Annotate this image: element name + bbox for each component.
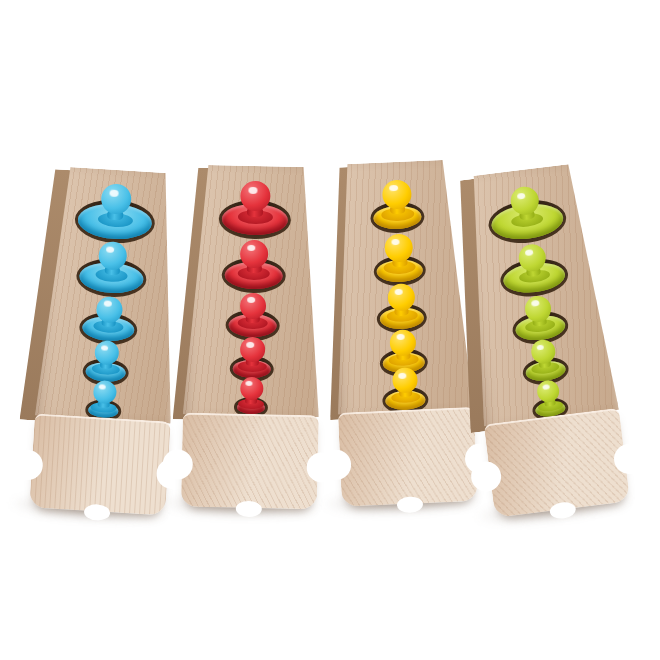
ball-highlight: [389, 185, 398, 191]
socket-red-1: [187, 175, 324, 239]
ball-highlight: [247, 245, 255, 251]
cylinder-block-green[interactable]: [454, 162, 631, 518]
knob-ball: [509, 186, 540, 217]
socket-yellow-3: [332, 281, 470, 334]
cylinder-knob-yellow-2[interactable]: [330, 228, 468, 287]
ball-highlight: [398, 372, 406, 378]
cylinder-knob-red-1[interactable]: [187, 175, 324, 239]
knob-ball: [240, 292, 267, 319]
ball-highlight: [524, 249, 533, 256]
block-front-face: [29, 413, 170, 515]
ball-highlight: [248, 187, 257, 194]
ball-highlight: [246, 342, 254, 348]
cylinder-block-yellow[interactable]: [327, 159, 478, 507]
knob-ball: [536, 379, 561, 404]
cylinder-knob-blue-3[interactable]: [40, 291, 179, 347]
cylinder-knob-yellow-3[interactable]: [332, 281, 470, 334]
socket-red-2: [185, 236, 322, 292]
knob-ball: [240, 181, 271, 212]
knob-ball: [240, 240, 269, 269]
knob-ball: [391, 367, 417, 393]
ball-highlight: [396, 334, 404, 340]
ball-highlight: [109, 189, 118, 197]
block-front-face: [338, 407, 478, 507]
knob-ball: [387, 284, 415, 312]
cylinder-knob-yellow-1[interactable]: [328, 169, 466, 234]
ball-highlight: [99, 384, 106, 389]
knob-ball: [92, 380, 116, 404]
socket-yellow-2: [330, 228, 468, 287]
socket-yellow-1: [328, 169, 466, 234]
socket-red-4: [184, 337, 321, 381]
front-notch-bottom: [236, 501, 262, 518]
block-top-face: [327, 159, 474, 415]
socket-red-5: [183, 379, 320, 418]
cylinder-knob-red-4[interactable]: [184, 337, 321, 381]
knob-ball: [381, 179, 411, 209]
socket-blue-2: [42, 237, 181, 299]
product-photo-stage: [0, 0, 660, 660]
ball-highlight: [517, 192, 526, 199]
ball-highlight: [101, 345, 108, 350]
knob-ball: [240, 377, 263, 400]
block-front-face: [181, 413, 319, 510]
ball-highlight: [103, 301, 111, 307]
cylinder-knob-red-5[interactable]: [183, 379, 320, 418]
front-notch-right: [612, 442, 645, 475]
knob-ball: [389, 329, 416, 356]
knob-ball: [94, 340, 119, 365]
ball-highlight: [542, 384, 550, 390]
socket-red-3: [184, 290, 321, 340]
knob-ball: [517, 243, 547, 273]
ball-highlight: [394, 289, 402, 295]
cylinder-knob-red-3[interactable]: [184, 290, 321, 340]
knob-ball: [100, 184, 132, 216]
cylinder-knob-blue-2[interactable]: [42, 237, 181, 299]
knob-ball: [524, 294, 553, 323]
knob-ball: [98, 241, 128, 271]
ball-highlight: [537, 344, 545, 350]
cylinder-block-red[interactable]: [181, 165, 324, 510]
front-notch-left: [12, 449, 44, 481]
front-notch-left: [321, 449, 352, 480]
front-notch-left: [162, 449, 193, 480]
socket-blue-3: [40, 291, 179, 347]
knob-ball: [384, 233, 413, 262]
block-front-face: [484, 408, 630, 518]
ball-highlight: [531, 300, 540, 307]
ball-highlight: [247, 297, 255, 303]
ball-highlight: [246, 381, 253, 386]
ball-highlight: [106, 247, 114, 253]
knob-ball: [530, 339, 557, 366]
ball-highlight: [392, 239, 400, 245]
knob-ball: [239, 337, 265, 363]
cylinder-knob-red-2[interactable]: [185, 236, 322, 292]
knob-ball: [96, 296, 124, 324]
